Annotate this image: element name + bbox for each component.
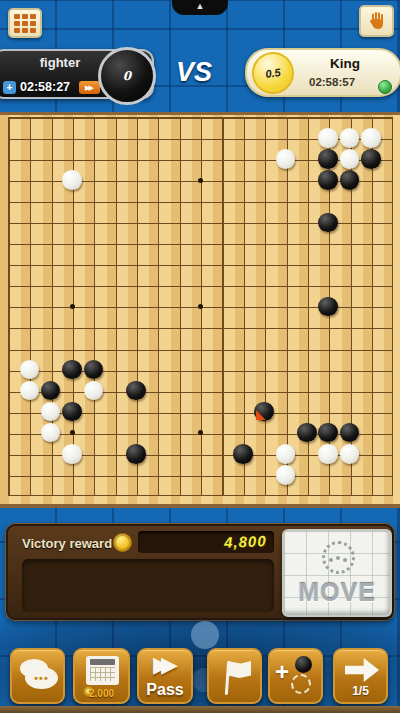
page-counter: 1/5 (335, 684, 386, 698)
estimate-cost-badge: 2.000 (75, 688, 128, 699)
black-stone (41, 381, 61, 401)
scroll-indicator-dot (191, 621, 219, 649)
black-stone (318, 149, 338, 169)
black-stone-indicator: 0 (98, 47, 156, 105)
move-button-label: MOVE (284, 578, 390, 607)
white-stone (41, 402, 61, 422)
black-stone (254, 402, 274, 422)
white-stone (62, 444, 82, 464)
captures-count-black: 0 (123, 69, 131, 83)
reward-value: 4,800 (224, 532, 267, 550)
white-stone (84, 381, 104, 401)
last-move-marker (256, 410, 266, 420)
victory-reward-panel: Victory reward 4,800 MOVE (6, 524, 394, 620)
black-stone (318, 423, 338, 443)
online-status-icon (378, 80, 392, 94)
black-stone (297, 423, 317, 443)
next-button[interactable]: 1/5 (333, 648, 388, 704)
black-stone (126, 381, 146, 401)
black-stone (340, 170, 360, 190)
target-circle-icon (291, 674, 311, 694)
white-stone (361, 128, 381, 148)
go-board (0, 112, 400, 508)
black-stone (318, 297, 338, 317)
player-clock-white: 02:58:57 (309, 76, 355, 88)
star-point (198, 304, 203, 309)
white-stone (276, 149, 296, 169)
menu-button[interactable] (8, 8, 42, 38)
pull-tab-arrow-icon: ▲ (196, 1, 205, 11)
coin-icon (113, 533, 132, 552)
board-grid[interactable] (0, 112, 400, 506)
black-stone (318, 170, 338, 190)
black-stone (84, 360, 104, 380)
plus-icon: + (275, 658, 289, 686)
player-clock-black: 02:58:27 (20, 80, 70, 94)
star-point (198, 178, 203, 183)
victory-reward-label: Victory reward (22, 536, 112, 551)
pass-label: Pass (139, 681, 191, 699)
hand-button[interactable] (359, 5, 394, 37)
arrow-right-icon (345, 658, 379, 682)
player-name-white: King (305, 56, 385, 71)
resign-button[interactable] (207, 648, 262, 704)
white-stone (318, 128, 338, 148)
black-stone (318, 213, 338, 233)
add-move-button[interactable]: + (268, 648, 323, 704)
black-stone (62, 360, 82, 380)
chat-button[interactable]: ••• (10, 648, 65, 704)
go-game-screen: ▲ fighter + 02:58:27 ▶▶ 0 VS 0.5 King 02… (0, 0, 400, 713)
pull-tab[interactable]: ▲ (172, 0, 228, 15)
stone-icon (295, 656, 312, 673)
menu-grid-icon (14, 14, 20, 19)
white-stone (318, 444, 338, 464)
white-stone (340, 128, 360, 148)
bottom-edge (0, 706, 400, 713)
black-stone (62, 402, 82, 422)
message-box (22, 559, 274, 612)
reward-value-strip: 4,800 (138, 531, 274, 553)
fast-forward-badge-icon: ▶▶ (79, 81, 100, 94)
komi-badge: 0.5 (249, 49, 296, 96)
chat-bubble-icon: ••• (25, 667, 58, 689)
fast-forward-icon: ▶▶ (139, 652, 191, 678)
black-stone (126, 444, 146, 464)
pass-button[interactable]: ▶▶ Pass (137, 648, 193, 704)
white-stone (276, 444, 296, 464)
star-point (70, 430, 75, 435)
score-estimate-button[interactable]: 2.000 (73, 648, 130, 704)
star-point (198, 430, 203, 435)
calculator-icon (86, 656, 119, 685)
white-stone (20, 360, 40, 380)
star-point (70, 304, 75, 309)
white-stone (62, 170, 82, 190)
player-card-white[interactable]: 0.5 King 02:58:57 (245, 48, 400, 97)
vs-label: VS (176, 57, 212, 88)
move-button[interactable]: MOVE (282, 529, 392, 617)
plus-badge-icon: + (3, 81, 16, 94)
white-stone (276, 465, 296, 485)
dotted-circle-icon (322, 541, 355, 574)
black-stone (361, 149, 381, 169)
white-stone (340, 444, 360, 464)
black-stone (340, 423, 360, 443)
raised-hand-icon (367, 11, 387, 31)
player-card-black[interactable]: fighter + 02:58:27 ▶▶ 0 (0, 49, 154, 99)
white-stone (340, 149, 360, 169)
black-stone (233, 444, 253, 464)
white-stone (20, 381, 40, 401)
player-name-black: fighter (20, 55, 100, 70)
white-stone (41, 423, 61, 443)
